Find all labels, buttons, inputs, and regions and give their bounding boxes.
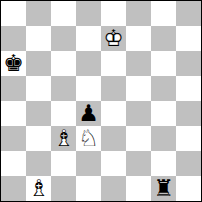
square-a6[interactable]: ♚ (1, 51, 26, 76)
square-h1[interactable] (176, 176, 201, 201)
square-c6[interactable] (51, 51, 76, 76)
white-bishop-icon: ♗ (51, 126, 76, 151)
square-f8[interactable] (126, 1, 151, 26)
square-g7[interactable] (151, 26, 176, 51)
black-pawn-icon: ♟ (76, 101, 101, 126)
square-b4[interactable] (26, 101, 51, 126)
square-g6[interactable] (151, 51, 176, 76)
square-b2[interactable] (26, 151, 51, 176)
square-e7[interactable]: ♚♔ (101, 26, 126, 51)
piece-white-knight-d3[interactable]: ♞♘ (76, 126, 101, 151)
piece-white-king-e7[interactable]: ♚♔ (101, 26, 126, 51)
square-b8[interactable] (26, 1, 51, 26)
square-b5[interactable] (26, 76, 51, 101)
square-d6[interactable] (76, 51, 101, 76)
square-g8[interactable] (151, 1, 176, 26)
square-g2[interactable] (151, 151, 176, 176)
square-h6[interactable] (176, 51, 201, 76)
square-a5[interactable] (1, 76, 26, 101)
square-c1[interactable] (51, 176, 76, 201)
square-h3[interactable] (176, 126, 201, 151)
square-e5[interactable] (101, 76, 126, 101)
square-b3[interactable] (26, 126, 51, 151)
square-d8[interactable] (76, 1, 101, 26)
square-c3[interactable]: ♝♗ (51, 126, 76, 151)
piece-black-king-a6[interactable]: ♚ (1, 51, 26, 76)
square-h5[interactable] (176, 76, 201, 101)
square-b6[interactable] (26, 51, 51, 76)
square-e6[interactable] (101, 51, 126, 76)
square-f2[interactable] (126, 151, 151, 176)
square-c4[interactable] (51, 101, 76, 126)
square-h2[interactable] (176, 151, 201, 176)
square-h4[interactable] (176, 101, 201, 126)
square-f7[interactable] (126, 26, 151, 51)
square-a4[interactable] (1, 101, 26, 126)
square-d3[interactable]: ♞♘ (76, 126, 101, 151)
square-d2[interactable] (76, 151, 101, 176)
square-e3[interactable] (101, 126, 126, 151)
square-e1[interactable] (101, 176, 126, 201)
square-a8[interactable] (1, 1, 26, 26)
square-f1[interactable] (126, 176, 151, 201)
square-c8[interactable] (51, 1, 76, 26)
square-b1[interactable]: ♝♗ (26, 176, 51, 201)
square-b7[interactable] (26, 26, 51, 51)
square-g4[interactable] (151, 101, 176, 126)
white-king-icon: ♔ (101, 26, 126, 51)
piece-black-rook-g1[interactable]: ♜ (151, 176, 176, 201)
black-king-icon: ♚ (1, 51, 26, 76)
black-rook-icon: ♜ (151, 176, 176, 201)
square-c2[interactable] (51, 151, 76, 176)
square-g5[interactable] (151, 76, 176, 101)
square-c7[interactable] (51, 26, 76, 51)
piece-white-bishop-c3[interactable]: ♝♗ (51, 126, 76, 151)
square-d7[interactable] (76, 26, 101, 51)
chess-board: ♚♔♚♟♝♗♞♘♝♗♜ (0, 0, 202, 202)
white-knight-icon: ♘ (76, 126, 101, 151)
square-f6[interactable] (126, 51, 151, 76)
square-d4[interactable]: ♟ (76, 101, 101, 126)
piece-white-bishop-b1[interactable]: ♝♗ (26, 176, 51, 201)
square-a2[interactable] (1, 151, 26, 176)
square-e8[interactable] (101, 1, 126, 26)
square-f3[interactable] (126, 126, 151, 151)
square-a7[interactable] (1, 26, 26, 51)
square-a3[interactable] (1, 126, 26, 151)
square-g3[interactable] (151, 126, 176, 151)
square-f4[interactable] (126, 101, 151, 126)
square-g1[interactable]: ♜ (151, 176, 176, 201)
square-h8[interactable] (176, 1, 201, 26)
piece-black-pawn-d4[interactable]: ♟ (76, 101, 101, 126)
white-bishop-icon: ♗ (26, 176, 51, 201)
square-f5[interactable] (126, 76, 151, 101)
square-a1[interactable] (1, 176, 26, 201)
square-e4[interactable] (101, 101, 126, 126)
square-d5[interactable] (76, 76, 101, 101)
square-e2[interactable] (101, 151, 126, 176)
square-h7[interactable] (176, 26, 201, 51)
square-d1[interactable] (76, 176, 101, 201)
square-c5[interactable] (51, 76, 76, 101)
